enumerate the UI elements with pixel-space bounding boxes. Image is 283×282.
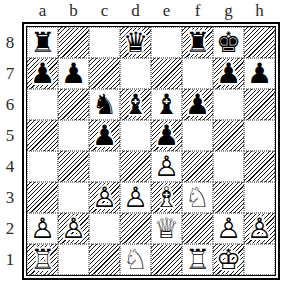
chess-board: ♜♛♜♚♟♟♟♟♞♝♝♟♟♟♙♙♙♗♘♙♙♕♙♙♖♘♖♔ bbox=[22, 22, 280, 280]
piece-white-knight[interactable]: ♘ bbox=[123, 244, 148, 275]
square-b6[interactable] bbox=[58, 89, 89, 120]
chess-diagram: abcdefgh 87654321 ♜♛♜♚♟♟♟♟♞♝♝♟♟♟♙♙♙♗♘♙♙♕… bbox=[0, 0, 283, 282]
file-labels: abcdefgh bbox=[27, 1, 275, 20]
piece-white-pawn[interactable]: ♙ bbox=[92, 182, 117, 213]
square-c3[interactable]: ♙ bbox=[89, 182, 120, 213]
square-e6[interactable]: ♝ bbox=[151, 89, 182, 120]
piece-white-king[interactable]: ♔ bbox=[216, 244, 241, 275]
square-b5[interactable] bbox=[58, 120, 89, 151]
square-g1[interactable]: ♔ bbox=[213, 244, 244, 275]
square-d4[interactable] bbox=[120, 151, 151, 182]
square-e3[interactable]: ♗ bbox=[151, 182, 182, 213]
square-d3[interactable]: ♙ bbox=[120, 182, 151, 213]
square-d8[interactable]: ♛ bbox=[120, 27, 151, 58]
square-c4[interactable] bbox=[89, 151, 120, 182]
square-b3[interactable] bbox=[58, 182, 89, 213]
square-h6[interactable] bbox=[244, 89, 275, 120]
file-label-c: c bbox=[89, 1, 120, 20]
square-d2[interactable] bbox=[120, 213, 151, 244]
square-c2[interactable] bbox=[89, 213, 120, 244]
square-h1[interactable] bbox=[244, 244, 275, 275]
square-b7[interactable]: ♟ bbox=[58, 58, 89, 89]
square-a1[interactable]: ♖ bbox=[27, 244, 58, 275]
square-e1[interactable] bbox=[151, 244, 182, 275]
piece-black-knight[interactable]: ♞ bbox=[92, 89, 117, 120]
square-b2[interactable]: ♙ bbox=[58, 213, 89, 244]
rank-label-4: 4 bbox=[0, 151, 20, 182]
square-g2[interactable]: ♙ bbox=[213, 213, 244, 244]
square-a8[interactable]: ♜ bbox=[27, 27, 58, 58]
file-label-a: a bbox=[27, 1, 58, 20]
square-e4[interactable]: ♙ bbox=[151, 151, 182, 182]
square-c1[interactable] bbox=[89, 244, 120, 275]
piece-white-pawn[interactable]: ♙ bbox=[61, 213, 86, 244]
piece-black-bishop[interactable]: ♝ bbox=[154, 89, 179, 120]
rank-label-6: 6 bbox=[0, 89, 20, 120]
rank-labels: 87654321 bbox=[0, 27, 20, 275]
square-f6[interactable]: ♟ bbox=[182, 89, 213, 120]
file-label-g: g bbox=[213, 1, 244, 20]
square-h3[interactable] bbox=[244, 182, 275, 213]
piece-black-pawn[interactable]: ♟ bbox=[30, 58, 55, 89]
square-e7[interactable] bbox=[151, 58, 182, 89]
square-a7[interactable]: ♟ bbox=[27, 58, 58, 89]
file-label-h: h bbox=[244, 1, 275, 20]
square-h5[interactable] bbox=[244, 120, 275, 151]
rank-label-7: 7 bbox=[0, 58, 20, 89]
square-f7[interactable] bbox=[182, 58, 213, 89]
square-g7[interactable]: ♟ bbox=[213, 58, 244, 89]
square-g4[interactable] bbox=[213, 151, 244, 182]
piece-white-queen[interactable]: ♕ bbox=[154, 213, 179, 244]
square-h4[interactable] bbox=[244, 151, 275, 182]
square-a5[interactable] bbox=[27, 120, 58, 151]
piece-black-king[interactable]: ♚ bbox=[216, 27, 241, 58]
square-g6[interactable] bbox=[213, 89, 244, 120]
square-f5[interactable] bbox=[182, 120, 213, 151]
rank-label-8: 8 bbox=[0, 27, 20, 58]
piece-white-knight[interactable]: ♘ bbox=[185, 182, 210, 213]
square-h8[interactable] bbox=[244, 27, 275, 58]
square-g8[interactable]: ♚ bbox=[213, 27, 244, 58]
square-h7[interactable]: ♟ bbox=[244, 58, 275, 89]
square-e2[interactable]: ♕ bbox=[151, 213, 182, 244]
square-a6[interactable] bbox=[27, 89, 58, 120]
piece-black-rook[interactable]: ♜ bbox=[30, 27, 55, 58]
board-grid: ♜♛♜♚♟♟♟♟♞♝♝♟♟♟♙♙♙♗♘♙♙♕♙♙♖♘♖♔ bbox=[27, 27, 275, 275]
square-c7[interactable] bbox=[89, 58, 120, 89]
piece-black-queen[interactable]: ♛ bbox=[123, 27, 148, 58]
square-f3[interactable]: ♘ bbox=[182, 182, 213, 213]
piece-white-pawn[interactable]: ♙ bbox=[247, 213, 272, 244]
piece-black-pawn[interactable]: ♟ bbox=[92, 120, 117, 151]
square-f1[interactable]: ♖ bbox=[182, 244, 213, 275]
piece-white-rook[interactable]: ♖ bbox=[185, 244, 210, 275]
square-g3[interactable] bbox=[213, 182, 244, 213]
square-a2[interactable]: ♙ bbox=[27, 213, 58, 244]
square-d6[interactable]: ♝ bbox=[120, 89, 151, 120]
piece-black-pawn[interactable]: ♟ bbox=[216, 58, 241, 89]
square-d7[interactable] bbox=[120, 58, 151, 89]
square-f2[interactable] bbox=[182, 213, 213, 244]
file-label-f: f bbox=[182, 1, 213, 20]
piece-white-pawn[interactable]: ♙ bbox=[216, 213, 241, 244]
square-e8[interactable] bbox=[151, 27, 182, 58]
piece-black-pawn[interactable]: ♟ bbox=[247, 58, 272, 89]
piece-black-rook[interactable]: ♜ bbox=[185, 27, 210, 58]
piece-white-bishop[interactable]: ♗ bbox=[154, 182, 179, 213]
square-f4[interactable] bbox=[182, 151, 213, 182]
square-b8[interactable] bbox=[58, 27, 89, 58]
piece-white-pawn[interactable]: ♙ bbox=[154, 151, 179, 182]
board-inner-frame: ♜♛♜♚♟♟♟♟♞♝♝♟♟♟♙♙♙♗♘♙♙♕♙♙♖♘♖♔ bbox=[26, 26, 276, 276]
piece-black-pawn[interactable]: ♟ bbox=[154, 120, 179, 151]
rank-label-5: 5 bbox=[0, 120, 20, 151]
rank-label-2: 2 bbox=[0, 213, 20, 244]
square-a3[interactable] bbox=[27, 182, 58, 213]
square-a4[interactable] bbox=[27, 151, 58, 182]
piece-black-bishop[interactable]: ♝ bbox=[123, 89, 148, 120]
piece-black-pawn[interactable]: ♟ bbox=[185, 89, 210, 120]
square-d1[interactable]: ♘ bbox=[120, 244, 151, 275]
square-c8[interactable] bbox=[89, 27, 120, 58]
piece-white-rook[interactable]: ♖ bbox=[30, 244, 55, 275]
square-h2[interactable]: ♙ bbox=[244, 213, 275, 244]
square-b4[interactable] bbox=[58, 151, 89, 182]
rank-label-1: 1 bbox=[0, 244, 20, 275]
piece-black-pawn[interactable]: ♟ bbox=[61, 58, 86, 89]
square-d5[interactable] bbox=[120, 120, 151, 151]
square-g5[interactable] bbox=[213, 120, 244, 151]
square-c6[interactable]: ♞ bbox=[89, 89, 120, 120]
rank-label-3: 3 bbox=[0, 182, 20, 213]
piece-white-pawn[interactable]: ♙ bbox=[123, 182, 148, 213]
square-f8[interactable]: ♜ bbox=[182, 27, 213, 58]
square-e5[interactable]: ♟ bbox=[151, 120, 182, 151]
piece-white-pawn[interactable]: ♙ bbox=[30, 213, 55, 244]
square-b1[interactable] bbox=[58, 244, 89, 275]
file-label-d: d bbox=[120, 1, 151, 20]
file-label-e: e bbox=[151, 1, 182, 20]
square-c5[interactable]: ♟ bbox=[89, 120, 120, 151]
file-label-b: b bbox=[58, 1, 89, 20]
